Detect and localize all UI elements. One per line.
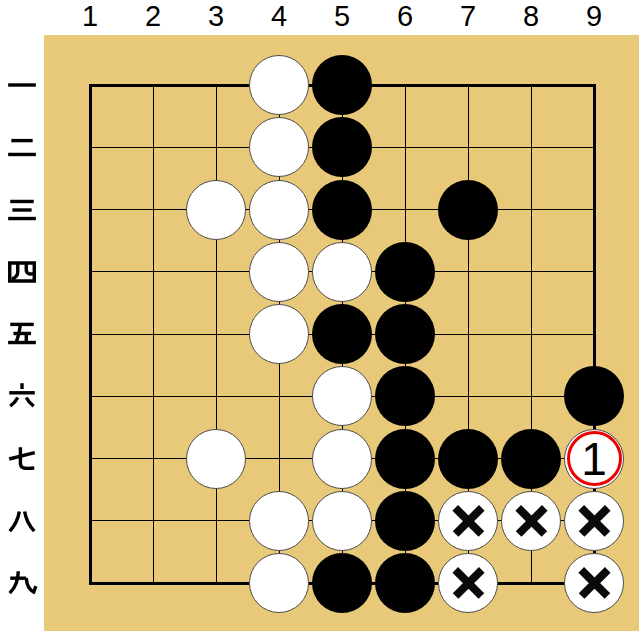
intersection-2-八 <box>122 490 185 552</box>
white-stone <box>312 242 372 302</box>
intersection-6-七 <box>374 427 437 489</box>
board-grid: 1 <box>59 54 626 614</box>
intersection-7-五 <box>437 303 500 365</box>
intersection-9-三 <box>563 178 626 240</box>
intersection-4-四 <box>248 241 311 303</box>
white-stone <box>312 429 372 489</box>
row-label <box>6 69 38 101</box>
intersection-5-一 <box>311 54 374 116</box>
intersection-2-四 <box>122 241 185 303</box>
intersection-3-四 <box>185 241 248 303</box>
black-stone <box>375 366 435 426</box>
intersection-3-八 <box>185 490 248 552</box>
white-stone <box>249 55 309 115</box>
black-stone <box>312 304 372 364</box>
intersection-8-五 <box>500 303 563 365</box>
intersection-4-七 <box>248 427 311 489</box>
intersection-3-五 <box>185 303 248 365</box>
intersection-3-六 <box>185 365 248 427</box>
intersection-1-八 <box>59 490 122 552</box>
white-stone <box>249 553 309 613</box>
intersection-1-七 <box>59 427 122 489</box>
intersection-7-七 <box>437 427 500 489</box>
move-number: 1 <box>581 436 607 482</box>
intersection-1-一 <box>59 54 122 116</box>
intersection-4-九 <box>248 552 311 614</box>
intersection-5-九 <box>311 552 374 614</box>
intersection-9-八 <box>563 490 626 552</box>
black-stone <box>564 366 624 426</box>
intersection-9-九 <box>563 552 626 614</box>
intersection-8-七 <box>500 427 563 489</box>
white-stone-x-marked <box>564 491 624 551</box>
intersection-4-五 <box>248 303 311 365</box>
intersection-8-六 <box>500 365 563 427</box>
intersection-5-七 <box>311 427 374 489</box>
white-stone <box>312 491 372 551</box>
intersection-7-九 <box>437 552 500 614</box>
intersection-7-四 <box>437 241 500 303</box>
black-stone <box>375 491 435 551</box>
row-label <box>6 505 38 537</box>
intersection-9-六 <box>563 365 626 427</box>
intersection-2-九 <box>122 552 185 614</box>
intersection-8-一 <box>500 54 563 116</box>
intersection-6-五 <box>374 303 437 365</box>
intersection-8-三 <box>500 178 563 240</box>
black-stone <box>375 304 435 364</box>
white-stone <box>249 117 309 177</box>
white-stone-x-marked <box>564 553 624 613</box>
intersection-3-一 <box>185 54 248 116</box>
black-stone <box>312 55 372 115</box>
intersection-3-三 <box>185 178 248 240</box>
intersection-8-四 <box>500 241 563 303</box>
intersection-9-五 <box>563 303 626 365</box>
white-stone <box>186 180 246 240</box>
intersection-6-六 <box>374 365 437 427</box>
intersection-9-二 <box>563 116 626 178</box>
intersection-1-六 <box>59 365 122 427</box>
intersection-6-三 <box>374 178 437 240</box>
white-stone <box>249 491 309 551</box>
go-board-diagram: 123456789 1 <box>0 0 642 635</box>
white-stone-x-marked <box>501 491 561 551</box>
intersection-5-二 <box>311 116 374 178</box>
white-stone <box>186 429 246 489</box>
white-stone <box>249 242 309 302</box>
intersection-1-五 <box>59 303 122 365</box>
row-label <box>6 256 38 288</box>
intersection-1-九 <box>59 552 122 614</box>
black-stone <box>375 242 435 302</box>
white-stone <box>249 304 309 364</box>
row-label <box>6 567 38 599</box>
intersection-7-二 <box>437 116 500 178</box>
black-stone <box>312 553 372 613</box>
intersection-7-八 <box>437 490 500 552</box>
intersection-2-三 <box>122 178 185 240</box>
white-stone <box>312 366 372 426</box>
intersection-3-二 <box>185 116 248 178</box>
intersection-5-六 <box>311 365 374 427</box>
intersection-6-九 <box>374 552 437 614</box>
intersection-5-八 <box>311 490 374 552</box>
intersection-2-五 <box>122 303 185 365</box>
intersection-8-九 <box>500 552 563 614</box>
intersection-2-六 <box>122 365 185 427</box>
intersection-6-八 <box>374 490 437 552</box>
white-stone-x-marked <box>438 553 498 613</box>
black-stone <box>375 429 435 489</box>
row-label <box>6 194 38 226</box>
intersection-6-二 <box>374 116 437 178</box>
row-label <box>6 318 38 350</box>
intersection-5-四 <box>311 241 374 303</box>
intersection-3-七 <box>185 427 248 489</box>
white-stone-move-1: 1 <box>564 429 624 489</box>
intersection-7-三 <box>437 178 500 240</box>
black-stone <box>438 429 498 489</box>
intersection-1-二 <box>59 116 122 178</box>
intersection-7-六 <box>437 365 500 427</box>
black-stone <box>438 180 498 240</box>
intersection-8-二 <box>500 116 563 178</box>
white-stone-x-marked <box>438 491 498 551</box>
intersection-1-四 <box>59 241 122 303</box>
black-stone <box>312 117 372 177</box>
black-stone <box>501 429 561 489</box>
row-label <box>6 443 38 475</box>
row-label <box>6 380 38 412</box>
intersection-4-一 <box>248 54 311 116</box>
white-stone <box>249 180 309 240</box>
intersection-9-一 <box>563 54 626 116</box>
intersection-1-三 <box>59 178 122 240</box>
intersection-4-八 <box>248 490 311 552</box>
intersection-4-二 <box>248 116 311 178</box>
intersection-5-五 <box>311 303 374 365</box>
intersection-9-七: 1 <box>563 427 626 489</box>
intersection-6-一 <box>374 54 437 116</box>
intersection-7-一 <box>437 54 500 116</box>
intersection-2-一 <box>122 54 185 116</box>
black-stone <box>312 180 372 240</box>
intersection-4-六 <box>248 365 311 427</box>
intersection-6-四 <box>374 241 437 303</box>
row-label <box>6 131 38 163</box>
intersection-3-九 <box>185 552 248 614</box>
intersection-2-七 <box>122 427 185 489</box>
black-stone <box>375 553 435 613</box>
intersection-4-三 <box>248 178 311 240</box>
intersection-8-八 <box>500 490 563 552</box>
intersection-9-四 <box>563 241 626 303</box>
intersection-5-三 <box>311 178 374 240</box>
intersection-2-二 <box>122 116 185 178</box>
